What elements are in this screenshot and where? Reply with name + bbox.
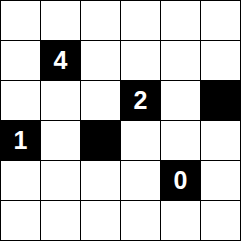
cell-r3-c4[interactable]: [161, 121, 200, 160]
cell-r1-c0[interactable]: [1, 41, 40, 80]
cell-r1-c5[interactable]: [201, 41, 240, 80]
cell-r5-c5[interactable]: [201, 201, 240, 240]
cell-r3-c5[interactable]: [201, 121, 240, 160]
cell-r2-c4[interactable]: [161, 81, 200, 120]
akari-board: 4210: [0, 0, 241, 241]
cell-r3-c2: [81, 121, 120, 160]
cell-r4-c2[interactable]: [81, 161, 120, 200]
cell-r1-c1: 4: [41, 41, 80, 80]
cell-r1-c3[interactable]: [121, 41, 160, 80]
cell-r0-c4[interactable]: [161, 1, 200, 40]
cell-r1-c4[interactable]: [161, 41, 200, 80]
cell-r3-c1[interactable]: [41, 121, 80, 160]
cell-r5-c3[interactable]: [121, 201, 160, 240]
cell-r2-c2[interactable]: [81, 81, 120, 120]
cell-r3-c3[interactable]: [121, 121, 160, 160]
cell-r0-c5[interactable]: [201, 1, 240, 40]
cell-r5-c4[interactable]: [161, 201, 200, 240]
cell-r5-c0[interactable]: [1, 201, 40, 240]
cell-r4-c0[interactable]: [1, 161, 40, 200]
cell-r2-c5: [201, 81, 240, 120]
cell-r2-c1[interactable]: [41, 81, 80, 120]
cell-r0-c2[interactable]: [81, 1, 120, 40]
cell-r0-c3[interactable]: [121, 1, 160, 40]
cell-r0-c0[interactable]: [1, 1, 40, 40]
cell-r2-c0[interactable]: [1, 81, 40, 120]
cell-r5-c2[interactable]: [81, 201, 120, 240]
cell-r5-c1[interactable]: [41, 201, 80, 240]
cell-r3-c0: 1: [1, 121, 40, 160]
cell-r2-c3: 2: [121, 81, 160, 120]
cell-r4-c1[interactable]: [41, 161, 80, 200]
cell-r4-c5[interactable]: [201, 161, 240, 200]
cell-r4-c4: 0: [161, 161, 200, 200]
cell-r4-c3[interactable]: [121, 161, 160, 200]
cell-r1-c2[interactable]: [81, 41, 120, 80]
cell-r0-c1[interactable]: [41, 1, 80, 40]
